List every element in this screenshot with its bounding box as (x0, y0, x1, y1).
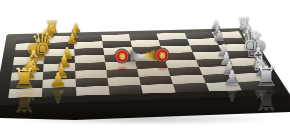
piece-silver-rook[interactable]: ♜ (253, 63, 278, 91)
chess-set-photo: ♞♜♟♟♟♟♞♜ ♜♞♝♛♚♝♞♜♟♟♟♟♟♟♟♟♟♟♟♟♟♟♜♞♝♛♚♝♞♜♟… (0, 0, 290, 129)
red-felt-base[interactable] (156, 49, 169, 62)
red-base-reflection (118, 67, 127, 71)
piece-gold-rook[interactable]: ♜ (11, 65, 36, 93)
red-felt-base[interactable] (116, 50, 129, 63)
piece-silver-pawn[interactable]: ♟ (223, 68, 241, 88)
base-emblem (159, 52, 165, 59)
base-emblem (119, 53, 125, 60)
piece-gold-pawn[interactable]: ♟ (49, 70, 67, 90)
